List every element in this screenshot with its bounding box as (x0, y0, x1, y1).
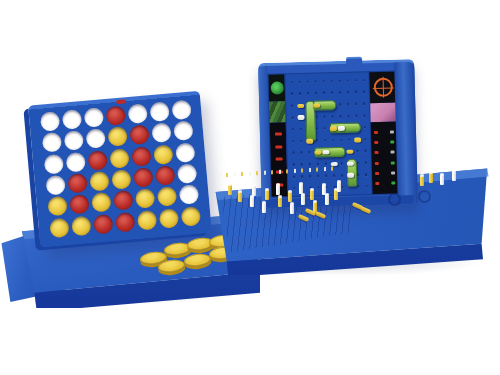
c4-cell-r2c7 (171, 120, 195, 143)
c4-cell-r2c4 (105, 126, 129, 149)
c4-cell-r6c7 (179, 205, 203, 228)
explosion-art-panel (370, 102, 396, 122)
empty-hole (43, 154, 64, 175)
c4-cell-r4c3 (87, 170, 111, 193)
yellow-ocean-peg (288, 191, 292, 202)
c4-cell-r5c6 (155, 185, 179, 208)
connect-four-grid (38, 99, 203, 240)
white-ocean-peg (440, 174, 444, 185)
c4-cell-r5c5 (133, 187, 157, 210)
red-status-mark (276, 158, 283, 161)
red-checker (114, 212, 135, 233)
c4-cell-r4c5 (131, 166, 155, 189)
red-checker (154, 165, 175, 186)
red-checker (69, 194, 90, 215)
status-dot (391, 181, 395, 184)
empty-hole (178, 185, 199, 206)
c4-cell-r6c3 (91, 212, 115, 235)
empty-hole (176, 164, 197, 185)
empty-hole (175, 142, 196, 163)
status-dot (375, 182, 379, 185)
yellow-hit-peg (354, 137, 361, 142)
white-hit-peg (347, 173, 354, 178)
white-ocean-peg (250, 196, 254, 207)
white-ocean-peg (301, 194, 305, 205)
c4-cell-r3c4 (107, 147, 131, 170)
c4-cell-r6c1 (47, 216, 71, 239)
red-checker (112, 191, 133, 212)
empty-hole (65, 152, 86, 173)
status-dot (391, 171, 395, 174)
yellow-ocean-peg (420, 175, 424, 186)
status-row (374, 151, 394, 155)
yellow-checker (91, 192, 112, 213)
white-ocean-peg (337, 181, 341, 192)
empty-hole (171, 100, 192, 121)
c4-cell-r2c5 (127, 124, 151, 147)
yellow-checker (107, 127, 128, 148)
c4-cell-r3c6 (151, 143, 175, 166)
c4-cell-r3c7 (173, 141, 197, 164)
c4-cell-r5c3 (89, 191, 113, 214)
yellow-hit-peg (346, 149, 353, 154)
empty-hole (173, 121, 194, 142)
hinge-knob (418, 190, 431, 203)
c4-cell-r5c7 (177, 184, 201, 207)
empty-hole (151, 123, 172, 144)
yellow-hit-peg (314, 150, 321, 155)
white-hit-peg (322, 150, 329, 155)
white-ocean-peg (325, 194, 329, 205)
empty-hole (127, 104, 148, 125)
c4-cell-r4c2 (65, 172, 89, 195)
c4-cell-r4c6 (153, 164, 177, 187)
yellow-checker (111, 169, 132, 190)
status-dot (374, 131, 378, 134)
c4-cell-r5c2 (67, 193, 91, 216)
connect-four-board (28, 91, 212, 247)
status-dot (375, 162, 379, 165)
c4-cell-r6c6 (157, 207, 181, 230)
target-peg-grid (284, 71, 373, 197)
white-ocean-peg (262, 202, 266, 213)
yellow-hit-peg (297, 103, 304, 108)
camo-art-panel (269, 101, 287, 122)
lid-right-post (394, 62, 418, 204)
scene (0, 0, 500, 375)
empty-hole (63, 131, 84, 152)
c4-cell-r4c7 (175, 162, 199, 185)
empty-hole (83, 107, 104, 128)
white-hit-peg (337, 126, 344, 131)
empty-hole (41, 133, 62, 154)
c4-cell-r5c4 (111, 189, 135, 212)
yellow-checker (49, 218, 70, 239)
empty-hole (85, 129, 106, 150)
yellow-checker (180, 206, 201, 227)
yellow-checker (89, 171, 110, 192)
white-hit-peg (346, 161, 353, 166)
hinge-knob (388, 193, 401, 206)
yellow-checker (109, 148, 130, 169)
target-crosshair-icon (369, 71, 396, 103)
white-ocean-peg (452, 170, 456, 181)
yellow-ocean-peg (265, 189, 269, 200)
status-dot (375, 172, 379, 175)
white-ocean-peg (290, 203, 294, 214)
status-row (374, 131, 394, 135)
yellow-hit-peg (313, 103, 320, 108)
red-checker (131, 146, 152, 167)
c4-cell-r3c1 (41, 153, 65, 176)
yellow-hit-peg (306, 139, 313, 144)
c4-cell-r2c1 (40, 131, 64, 154)
c4-cell-r5c1 (45, 195, 69, 218)
c4-cell-r1c1 (38, 110, 62, 133)
c4-cell-r4c1 (43, 174, 67, 197)
c4-cell-r3c3 (85, 149, 109, 172)
red-checker (129, 125, 150, 146)
sonar-screen-icon (268, 74, 286, 101)
battleship-game (205, 55, 500, 280)
status-dot (391, 161, 395, 164)
red-checker (67, 173, 88, 194)
c4-cell-r6c4 (113, 211, 137, 234)
yellow-ocean-peg (228, 184, 232, 195)
c4-cell-r6c2 (69, 214, 93, 237)
ship-status-panel-right (371, 121, 399, 194)
empty-hole (45, 175, 66, 196)
yellow-checker (47, 196, 68, 217)
status-dot (374, 141, 378, 144)
c4-cell-r2c3 (83, 127, 107, 150)
red-checker (133, 167, 154, 188)
case-latch (346, 56, 362, 66)
empty-hole (61, 109, 82, 130)
status-row (375, 171, 395, 175)
yellow-hit-peg (329, 126, 336, 131)
status-row (374, 141, 394, 145)
red-status-mark (275, 145, 282, 148)
red-status-mark (275, 132, 282, 135)
status-dot (390, 131, 394, 134)
yellow-ocean-peg (278, 196, 282, 207)
yellow-checker (158, 208, 179, 229)
red-checker (92, 214, 113, 235)
yellow-checker (153, 144, 174, 165)
status-row (375, 181, 395, 185)
c4-cell-r1c6 (147, 100, 171, 123)
red-checker (87, 150, 108, 171)
status-row (375, 161, 395, 165)
yellow-ocean-peg (429, 172, 433, 183)
c4-cell-r1c5 (125, 102, 149, 125)
white-hit-peg (297, 115, 304, 120)
c4-cell-r3c5 (129, 145, 153, 168)
c4-cell-r3c2 (63, 151, 87, 174)
empty-hole (149, 102, 170, 123)
c4-cell-r1c3 (82, 106, 106, 129)
c4-cell-r6c5 (135, 209, 159, 232)
yellow-checker (71, 216, 92, 237)
status-dot (390, 141, 394, 144)
red-checker (105, 106, 126, 127)
white-ocean-peg (252, 185, 256, 196)
status-dot (390, 151, 394, 154)
yellow-ocean-peg (310, 189, 314, 200)
yellow-checker (134, 189, 155, 210)
empty-hole (39, 111, 60, 132)
yellow-ocean-peg (238, 191, 242, 202)
yellow-checker (156, 187, 177, 208)
ship-layer (287, 74, 370, 194)
c4-cell-r1c2 (60, 108, 84, 131)
c4-cell-r2c2 (61, 129, 85, 152)
yellow-checker (136, 210, 157, 231)
status-dot (374, 151, 378, 154)
c4-cell-r4c4 (109, 168, 133, 191)
c4-cell-r1c4 (103, 104, 127, 127)
c4-cell-r1c7 (169, 99, 193, 122)
white-ocean-peg (276, 184, 280, 195)
c4-cell-r2c6 (149, 122, 173, 145)
